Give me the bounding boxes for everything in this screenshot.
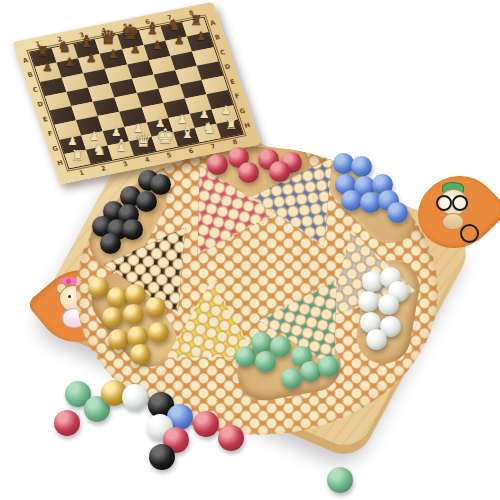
chess-square[interactable]: [216, 119, 243, 138]
coordinate-label: 5: [166, 151, 173, 159]
coordinate-label: 1: [78, 169, 85, 177]
coordinate-label: E: [42, 115, 49, 123]
coordinate-label: 8: [188, 9, 195, 17]
coordinate-label: 2: [56, 35, 63, 43]
red-marble[interactable]: [54, 410, 80, 436]
bicycle-wheel-icon: [460, 224, 479, 243]
coordinate-label: 4: [144, 156, 151, 164]
coordinate-label: E: [229, 77, 236, 85]
pink-bow-icon: [66, 279, 71, 284]
coordinate-label: 4: [100, 27, 107, 35]
green-marble[interactable]: [84, 396, 110, 422]
coordinate-label: 1: [34, 40, 41, 48]
coordinate-label: F: [234, 92, 241, 100]
coordinate-label: 3: [122, 160, 129, 168]
coordinate-label: C: [219, 48, 226, 57]
green-marble[interactable]: [327, 467, 353, 493]
glasses-icon: [452, 195, 468, 211]
coordinate-label: D: [36, 100, 44, 109]
coordinate-label: H: [243, 122, 251, 131]
coordinate-label: 3: [78, 31, 85, 39]
hamster-boy-decal: [430, 182, 482, 244]
coordinate-label: 6: [144, 18, 151, 26]
product-photo-stage: ABCDEFGH ABCDEFGH 12345678 12345678 ♜♞♝♛…: [0, 0, 500, 500]
coordinate-label: C: [32, 85, 39, 94]
coordinate-label: 8: [231, 138, 238, 146]
coordinate-label: A: [22, 56, 29, 65]
coordinate-label: B: [27, 71, 34, 80]
coordinate-label: D: [224, 63, 232, 72]
coordinate-label: 7: [210, 142, 217, 150]
coordinate-label: F: [47, 130, 54, 138]
coordinate-label: 5: [122, 22, 129, 30]
green-marble[interactable]: [65, 381, 91, 407]
coordinate-label: G: [239, 107, 247, 116]
glasses-icon: [436, 195, 452, 211]
coordinate-label: A: [209, 19, 216, 28]
coordinate-label: 7: [166, 13, 173, 21]
white-marble[interactable]: [147, 414, 173, 440]
coordinate-label: H: [56, 159, 64, 168]
eye: [68, 295, 71, 298]
coordinate-label: 2: [100, 164, 107, 172]
coordinate-label: B: [214, 33, 221, 42]
blue-tray: [316, 147, 427, 254]
black-marble[interactable]: [149, 444, 175, 470]
coordinate-label: G: [51, 144, 59, 153]
chinese-checkers-circle: [76, 147, 438, 435]
coordinate-label: 6: [188, 147, 195, 155]
red-marble[interactable]: [163, 427, 189, 453]
